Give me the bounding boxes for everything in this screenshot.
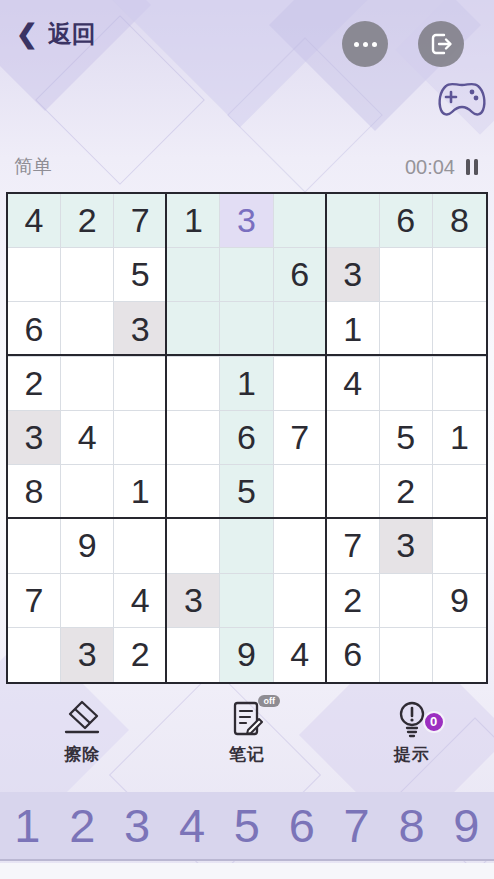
cell-r3c1[interactable]: 6 xyxy=(8,302,61,356)
cell-r4c2[interactable] xyxy=(61,357,114,411)
cell-r6c3[interactable]: 1 xyxy=(114,465,167,519)
cell-r6c5[interactable]: 5 xyxy=(220,465,273,519)
cell-r8c2[interactable] xyxy=(61,574,114,628)
cell-r3c9[interactable] xyxy=(433,302,486,356)
cell-r6c9[interactable] xyxy=(433,465,486,519)
cell-r6c1[interactable]: 8 xyxy=(8,465,61,519)
cell-r3c7[interactable]: 1 xyxy=(327,302,380,356)
cell-r6c2[interactable] xyxy=(61,465,114,519)
numpad-key-9[interactable]: 9 xyxy=(449,802,483,849)
notes-label: 笔记 xyxy=(229,743,265,766)
cell-r9c8[interactable] xyxy=(380,628,433,682)
cell-r6c8[interactable]: 2 xyxy=(380,465,433,519)
cell-r1c8[interactable]: 6 xyxy=(380,194,433,248)
cell-r8c7[interactable]: 2 xyxy=(327,574,380,628)
cell-r1c6[interactable] xyxy=(274,194,327,248)
cell-r4c8[interactable] xyxy=(380,357,433,411)
cell-r5c1[interactable]: 3 xyxy=(8,411,61,465)
cell-r9c7[interactable]: 6 xyxy=(327,628,380,682)
pause-button[interactable] xyxy=(464,157,480,177)
numpad-key-6[interactable]: 6 xyxy=(285,802,319,849)
cell-r8c5[interactable] xyxy=(220,574,273,628)
cell-r7c4[interactable] xyxy=(167,519,220,573)
hint-label: 提示 xyxy=(394,743,430,766)
difficulty-label: 简单 xyxy=(14,154,52,180)
hint-count-badge: 0 xyxy=(423,711,445,733)
cell-r1c2[interactable]: 2 xyxy=(61,194,114,248)
cell-r5c8[interactable]: 5 xyxy=(380,411,433,465)
cell-r9c9[interactable] xyxy=(433,628,486,682)
cell-r7c7[interactable]: 7 xyxy=(327,519,380,573)
cell-r8c3[interactable]: 4 xyxy=(114,574,167,628)
cell-r8c1[interactable]: 7 xyxy=(8,574,61,628)
cell-r1c9[interactable]: 8 xyxy=(433,194,486,248)
cell-r8c6[interactable] xyxy=(274,574,327,628)
cell-r5c7[interactable] xyxy=(327,411,380,465)
cell-r5c4[interactable] xyxy=(167,411,220,465)
cell-r1c4[interactable]: 1 xyxy=(167,194,220,248)
notes-off-badge: off xyxy=(258,695,280,707)
cell-r5c2[interactable]: 4 xyxy=(61,411,114,465)
cell-r3c6[interactable] xyxy=(274,302,327,356)
bottom-strip xyxy=(0,863,494,879)
cell-r1c5[interactable]: 3 xyxy=(220,194,273,248)
cell-r9c5[interactable]: 9 xyxy=(220,628,273,682)
cell-r2c3[interactable]: 5 xyxy=(114,248,167,302)
cell-r6c6[interactable] xyxy=(274,465,327,519)
exit-button[interactable] xyxy=(418,21,464,67)
cell-r6c7[interactable] xyxy=(327,465,380,519)
gamepad-icon xyxy=(436,78,488,122)
cell-r5c9[interactable]: 1 xyxy=(433,411,486,465)
cell-r3c8[interactable] xyxy=(380,302,433,356)
cell-r3c3[interactable]: 3 xyxy=(114,302,167,356)
cell-r7c1[interactable] xyxy=(8,519,61,573)
numpad-key-2[interactable]: 2 xyxy=(65,802,99,849)
cell-r2c1[interactable] xyxy=(8,248,61,302)
cell-r4c6[interactable] xyxy=(274,357,327,411)
cell-r9c6[interactable]: 4 xyxy=(274,628,327,682)
cell-r4c7[interactable]: 4 xyxy=(327,357,380,411)
cell-r9c1[interactable] xyxy=(8,628,61,682)
cell-r2c2[interactable] xyxy=(61,248,114,302)
cell-r4c3[interactable] xyxy=(114,357,167,411)
gamepad-button[interactable] xyxy=(436,78,488,122)
numpad-key-5[interactable]: 5 xyxy=(230,802,264,849)
cell-r4c5[interactable]: 1 xyxy=(220,357,273,411)
cell-r6c4[interactable] xyxy=(167,465,220,519)
sudoku-board: 427136856363121434675181529737432932946 xyxy=(6,192,488,684)
cell-r4c1[interactable]: 2 xyxy=(8,357,61,411)
cell-r3c2[interactable] xyxy=(61,302,114,356)
cell-r2c8[interactable] xyxy=(380,248,433,302)
cell-r4c9[interactable] xyxy=(433,357,486,411)
cell-r3c5[interactable] xyxy=(220,302,273,356)
cell-r7c2[interactable]: 9 xyxy=(61,519,114,573)
cell-r5c3[interactable] xyxy=(114,411,167,465)
cell-r9c3[interactable]: 2 xyxy=(114,628,167,682)
cell-r2c4[interactable] xyxy=(167,248,220,302)
back-label: 返回 xyxy=(48,18,96,50)
hint-button[interactable]: 0 提示 xyxy=(391,699,433,766)
cell-r7c6[interactable] xyxy=(274,519,327,573)
cell-r8c9[interactable]: 9 xyxy=(433,574,486,628)
cell-r5c6[interactable]: 7 xyxy=(274,411,327,465)
cell-r8c8[interactable] xyxy=(380,574,433,628)
numpad-key-3[interactable]: 3 xyxy=(120,802,154,849)
cell-r7c9[interactable] xyxy=(433,519,486,573)
cell-r7c5[interactable] xyxy=(220,519,273,573)
cell-r7c8[interactable]: 3 xyxy=(380,519,433,573)
exit-icon xyxy=(428,31,454,57)
numpad-key-4[interactable]: 4 xyxy=(175,802,209,849)
cell-r4c4[interactable] xyxy=(167,357,220,411)
numpad-key-7[interactable]: 7 xyxy=(340,802,374,849)
cell-r7c3[interactable] xyxy=(114,519,167,573)
number-pad: 123456789 xyxy=(0,792,494,861)
numpad-key-1[interactable]: 1 xyxy=(10,802,44,849)
cell-r1c7[interactable] xyxy=(327,194,380,248)
erase-label: 擦除 xyxy=(64,743,100,766)
cell-r1c3[interactable]: 7 xyxy=(114,194,167,248)
erase-button[interactable]: 擦除 xyxy=(61,699,103,766)
cell-r2c6[interactable]: 6 xyxy=(274,248,327,302)
back-chevron-icon: ❮ xyxy=(16,19,38,50)
cell-r1c1[interactable]: 4 xyxy=(8,194,61,248)
cell-r2c5[interactable] xyxy=(220,248,273,302)
cell-r5c5[interactable]: 6 xyxy=(220,411,273,465)
numpad-key-8[interactable]: 8 xyxy=(394,802,428,849)
cell-r2c9[interactable] xyxy=(433,248,486,302)
timer: 00:04 xyxy=(405,156,455,179)
eraser-icon xyxy=(61,699,103,739)
notes-button[interactable]: off 笔记 xyxy=(226,699,268,766)
cell-r9c2[interactable]: 3 xyxy=(61,628,114,682)
cell-r9c4[interactable] xyxy=(167,628,220,682)
cell-r3c4[interactable] xyxy=(167,302,220,356)
more-options-button[interactable] xyxy=(342,21,388,67)
cell-r8c4[interactable]: 3 xyxy=(167,574,220,628)
back-button[interactable]: ❮ 返回 xyxy=(16,18,96,50)
ellipsis-icon xyxy=(354,42,377,47)
cell-r2c7[interactable]: 3 xyxy=(327,248,380,302)
